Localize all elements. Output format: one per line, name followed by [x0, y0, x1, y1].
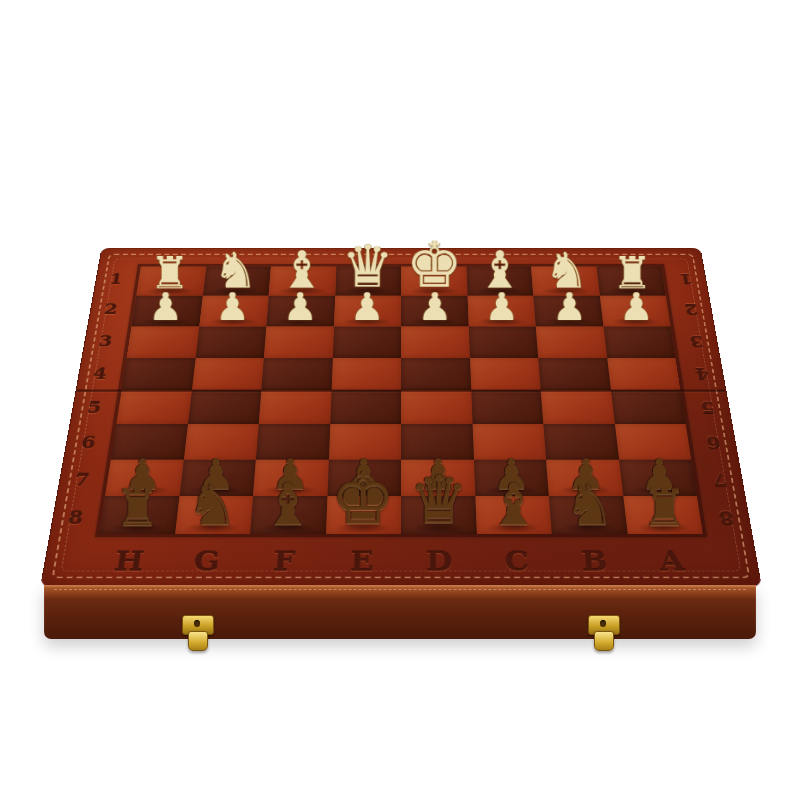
- board-face: 12345678 ♜♞♝♛♚♝♞♜♟♟♟♟♟♟♟♟♟♟♟♟♟♟♟♟♜♞♝♚♛♝♞…: [41, 248, 761, 586]
- piece-black-pawn: ♟: [197, 454, 235, 494]
- square-e8[interactable]: ♚: [326, 496, 401, 534]
- piece-black-pawn: ♟: [345, 454, 383, 494]
- square-b7[interactable]: ♟: [546, 459, 623, 496]
- piece-black-rook: ♜: [642, 484, 687, 532]
- square-a6[interactable]: [614, 424, 691, 459]
- square-b5[interactable]: [541, 390, 615, 424]
- square-g7[interactable]: ♟: [179, 459, 256, 496]
- square-f3[interactable]: [264, 326, 334, 357]
- square-d7[interactable]: ♟: [401, 459, 475, 496]
- piece-shadow: [636, 522, 692, 533]
- piece-shadow: [146, 287, 195, 295]
- piece-shadow: [486, 522, 541, 533]
- piece-shadow: [485, 485, 539, 495]
- piece-black-pawn: ♟: [567, 454, 605, 494]
- square-h5[interactable]: [116, 390, 191, 424]
- front-stitch: [54, 589, 746, 590]
- square-a5[interactable]: [611, 390, 686, 424]
- square-f1[interactable]: ♝: [269, 267, 336, 296]
- file-label-e: E: [323, 537, 401, 586]
- piece-shadow: [185, 522, 240, 533]
- piece-shadow: [561, 522, 616, 533]
- square-h6[interactable]: [111, 424, 188, 459]
- square-c4[interactable]: [470, 358, 541, 391]
- square-h4[interactable]: [122, 358, 196, 391]
- piece-black-pawn: ♟: [493, 454, 531, 494]
- rank-label-1: 1: [94, 264, 138, 294]
- piece-shadow: [412, 522, 466, 533]
- clasp-left-icon: [182, 615, 212, 649]
- square-c8[interactable]: ♝: [475, 496, 552, 534]
- board-grid: ♜♞♝♛♚♝♞♜♟♟♟♟♟♟♟♟♟♟♟♟♟♟♟♟♜♞♝♚♛♝♞♜: [95, 264, 707, 537]
- square-e7[interactable]: ♟: [327, 459, 401, 496]
- rank-label-2: 2: [669, 294, 714, 325]
- square-e6[interactable]: [328, 424, 401, 459]
- rank-label-6: 6: [64, 425, 113, 461]
- piece-shadow: [608, 287, 657, 295]
- square-c7[interactable]: ♟: [474, 459, 549, 496]
- piece-white-king: ♚: [406, 235, 463, 295]
- square-c3[interactable]: [468, 326, 538, 357]
- piece-black-pawn: ♟: [271, 454, 309, 494]
- rank-label-1: 1: [664, 264, 708, 294]
- piece-shadow: [410, 317, 459, 325]
- square-d6[interactable]: [401, 424, 474, 459]
- square-b8[interactable]: ♞: [549, 496, 627, 534]
- piece-shadow: [336, 522, 390, 533]
- piece-shadow: [141, 317, 191, 325]
- square-b3[interactable]: [536, 326, 607, 357]
- square-a2[interactable]: ♟: [600, 296, 671, 326]
- piece-shadow: [261, 522, 316, 533]
- clasp-right-icon: [588, 615, 618, 649]
- square-c5[interactable]: [471, 390, 543, 424]
- piece-shadow: [632, 485, 686, 495]
- square-g1[interactable]: ♞: [202, 267, 270, 296]
- rank-label-3: 3: [83, 325, 129, 357]
- file-label-g: G: [166, 537, 248, 586]
- square-c2[interactable]: ♟: [467, 296, 536, 326]
- piece-black-pawn: ♟: [419, 454, 457, 494]
- rank-label-4: 4: [679, 357, 726, 390]
- square-e4[interactable]: [331, 358, 401, 391]
- square-f4[interactable]: [261, 358, 332, 391]
- square-a7[interactable]: ♟: [619, 459, 697, 496]
- file-label-d: D: [401, 537, 479, 586]
- square-h1[interactable]: ♜: [136, 267, 206, 296]
- piece-black-pawn: ♟: [641, 454, 679, 494]
- square-c6[interactable]: [472, 424, 546, 459]
- square-h2[interactable]: ♟: [132, 296, 203, 326]
- piece-shadow: [110, 522, 166, 533]
- square-h8[interactable]: ♜: [99, 496, 179, 534]
- square-a3[interactable]: [603, 326, 675, 357]
- square-d8[interactable]: ♛: [401, 496, 476, 534]
- square-b2[interactable]: ♟: [533, 296, 603, 326]
- square-e1[interactable]: ♛: [335, 267, 401, 296]
- piece-shadow: [276, 317, 325, 325]
- square-a1[interactable]: ♜: [596, 267, 666, 296]
- piece-shadow: [278, 287, 326, 295]
- square-d4[interactable]: [401, 358, 471, 391]
- piece-shadow: [544, 317, 593, 325]
- product-photo: 12345678 ♜♞♝♛♚♝♞♜♟♟♟♟♟♟♟♟♟♟♟♟♟♟♟♟♜♞♝♚♛♝♞…: [0, 0, 800, 800]
- square-b1[interactable]: ♞: [531, 267, 599, 296]
- square-g3[interactable]: [195, 326, 266, 357]
- square-g4[interactable]: [191, 358, 263, 391]
- square-g6[interactable]: [183, 424, 258, 459]
- square-d1[interactable]: ♚: [401, 267, 467, 296]
- piece-shadow: [542, 287, 590, 295]
- piece-shadow: [411, 485, 464, 495]
- file-label-a: A: [631, 537, 715, 586]
- piece-black-rook: ♜: [115, 484, 160, 532]
- file-label-f: F: [244, 537, 324, 586]
- rank-label-7: 7: [57, 461, 107, 498]
- piece-black-pawn: ♟: [124, 454, 162, 494]
- rank-label-5: 5: [684, 390, 732, 425]
- piece-shadow: [343, 317, 392, 325]
- file-label-c: C: [478, 537, 558, 586]
- square-a8[interactable]: ♜: [623, 496, 703, 534]
- square-e2[interactable]: ♟: [334, 296, 401, 326]
- rank-label-2: 2: [88, 294, 133, 325]
- file-labels: HGFEDCBA: [87, 537, 715, 586]
- piece-shadow: [264, 485, 318, 495]
- piece-shadow: [212, 287, 260, 295]
- square-d3[interactable]: [401, 326, 470, 357]
- square-c1[interactable]: ♝: [466, 267, 533, 296]
- piece-shadow: [611, 317, 661, 325]
- rank-label-3: 3: [674, 325, 720, 357]
- square-f8[interactable]: ♝: [250, 496, 327, 534]
- piece-shadow: [410, 287, 458, 295]
- rank-label-5: 5: [70, 390, 118, 425]
- rank-label-4: 4: [77, 357, 124, 390]
- piece-shadow: [337, 485, 390, 495]
- square-d5[interactable]: [401, 390, 472, 424]
- chess-board: 12345678 ♜♞♝♛♚♝♞♜♟♟♟♟♟♟♟♟♟♟♟♟♟♟♟♟♜♞♝♚♛♝♞…: [40, 248, 762, 587]
- square-b4[interactable]: [538, 358, 610, 391]
- square-h7[interactable]: ♟: [105, 459, 183, 496]
- square-f5[interactable]: [259, 390, 331, 424]
- rank-label-8: 8: [50, 498, 101, 537]
- square-g2[interactable]: ♟: [199, 296, 269, 326]
- file-label-h: H: [87, 537, 171, 586]
- square-e5[interactable]: [330, 390, 401, 424]
- piece-shadow: [558, 485, 612, 495]
- square-e3[interactable]: [332, 326, 401, 357]
- square-f6[interactable]: [256, 424, 330, 459]
- square-b6[interactable]: [543, 424, 618, 459]
- piece-shadow: [190, 485, 244, 495]
- piece-shadow: [116, 485, 170, 495]
- square-g5[interactable]: [188, 390, 262, 424]
- rank-label-7: 7: [695, 461, 745, 498]
- rank-label-6: 6: [689, 425, 738, 461]
- square-h3[interactable]: [127, 326, 199, 357]
- square-a4[interactable]: [607, 358, 681, 391]
- front-panel: [44, 585, 756, 639]
- piece-shadow: [208, 317, 257, 325]
- file-label-b: B: [554, 537, 636, 586]
- piece-shadow: [476, 287, 524, 295]
- rank-label-8: 8: [701, 498, 752, 537]
- piece-shadow: [344, 287, 392, 295]
- square-g8[interactable]: ♞: [175, 496, 253, 534]
- piece-shadow: [477, 317, 526, 325]
- square-f2[interactable]: ♟: [266, 296, 335, 326]
- square-d2[interactable]: ♟: [401, 296, 468, 326]
- square-f7[interactable]: ♟: [253, 459, 328, 496]
